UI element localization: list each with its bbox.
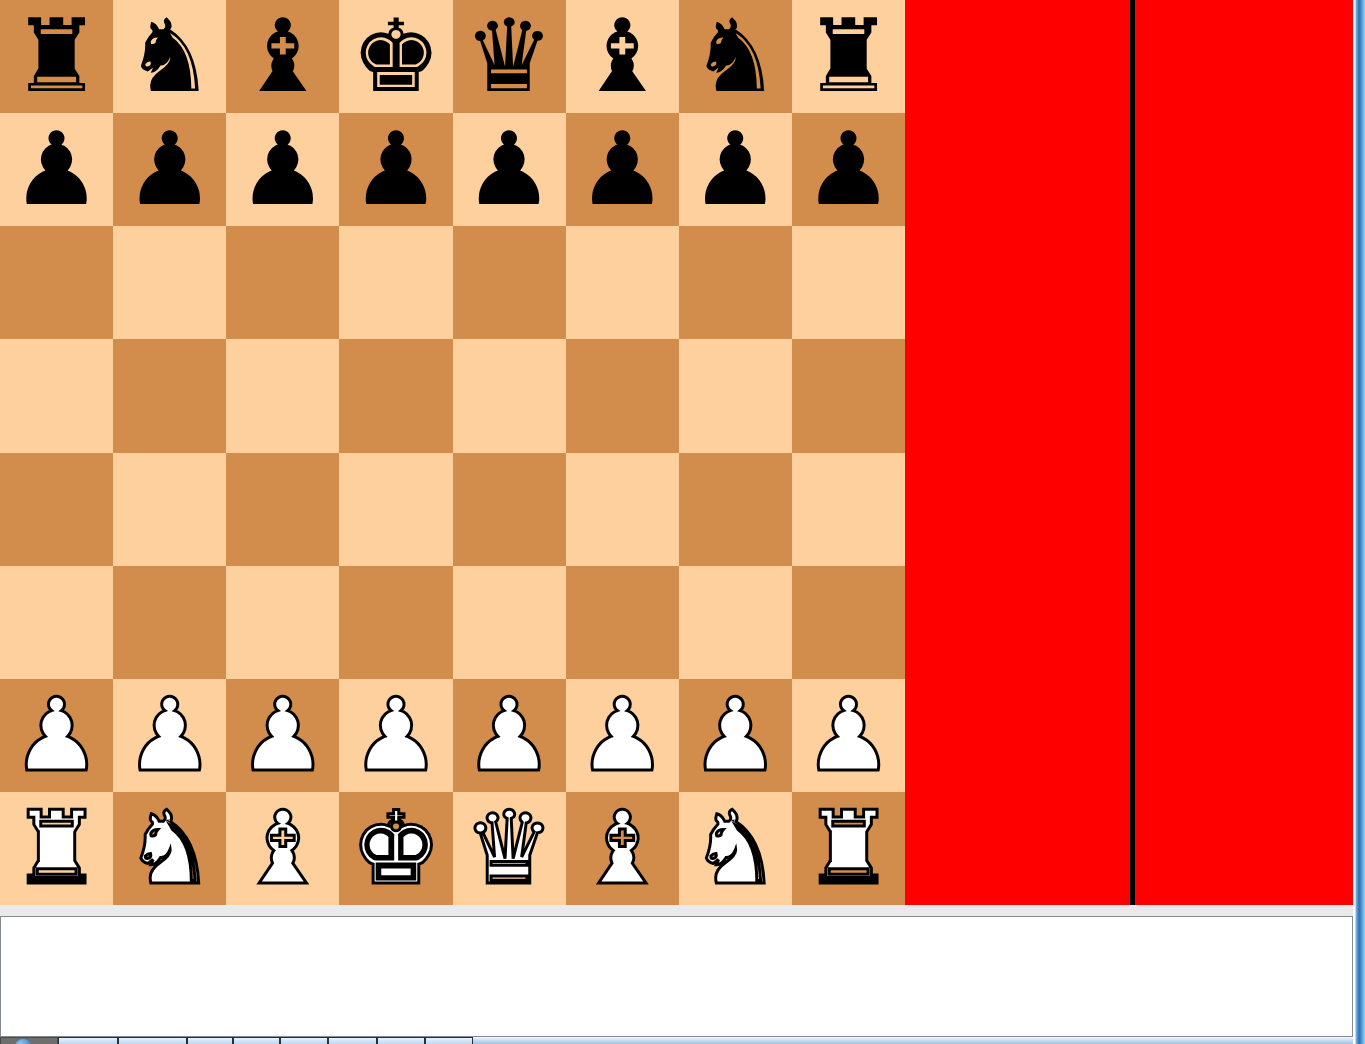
square-f2[interactable]: ♟ — [226, 679, 339, 792]
square-c8[interactable]: ♝ — [566, 0, 679, 113]
square-e8[interactable]: ♚ — [339, 0, 452, 113]
square-h1[interactable]: ♜ — [0, 792, 113, 905]
square-b7[interactable]: ♟ — [679, 113, 792, 226]
square-c7[interactable]: ♟ — [566, 113, 679, 226]
piece-wN[interactable]: ♞ — [690, 798, 781, 899]
piece-bK[interactable]: ♚ — [351, 6, 442, 107]
square-a7[interactable]: ♟ — [792, 113, 905, 226]
square-a6[interactable] — [792, 226, 905, 339]
piece-bB[interactable]: ♝ — [577, 6, 668, 107]
piece-bP[interactable]: ♟ — [803, 119, 894, 220]
square-f3[interactable] — [226, 566, 339, 679]
square-c3[interactable] — [566, 566, 679, 679]
square-d6[interactable] — [453, 226, 566, 339]
piece-bN[interactable]: ♞ — [690, 6, 781, 107]
square-g4[interactable] — [113, 453, 226, 566]
square-d8[interactable]: ♛ — [453, 0, 566, 113]
square-a5[interactable] — [792, 339, 905, 452]
square-a8[interactable]: ♜ — [792, 0, 905, 113]
square-d2[interactable]: ♟ — [453, 679, 566, 792]
piece-bR[interactable]: ♜ — [11, 6, 102, 107]
piece-wP[interactable]: ♟ — [238, 685, 329, 786]
square-e7[interactable]: ♟ — [339, 113, 452, 226]
piece-wR[interactable]: ♜ — [803, 798, 894, 899]
square-d4[interactable] — [453, 453, 566, 566]
taskbar-button[interactable] — [233, 1037, 280, 1044]
square-d3[interactable] — [453, 566, 566, 679]
square-f5[interactable] — [226, 339, 339, 452]
side-panel-left — [905, 0, 1130, 905]
square-e1[interactable]: ♚ — [339, 792, 452, 905]
side-panel-right — [1135, 0, 1353, 905]
taskbar-button[interactable] — [187, 1037, 233, 1044]
square-b6[interactable] — [679, 226, 792, 339]
taskbar-button[interactable] — [118, 1037, 187, 1044]
square-b5[interactable] — [679, 339, 792, 452]
piece-bP[interactable]: ♟ — [11, 119, 102, 220]
square-b4[interactable] — [679, 453, 792, 566]
square-a4[interactable] — [792, 453, 905, 566]
start-button[interactable] — [0, 1037, 58, 1044]
square-f8[interactable]: ♝ — [226, 0, 339, 113]
square-g1[interactable]: ♞ — [113, 792, 226, 905]
piece-wP[interactable]: ♟ — [464, 685, 555, 786]
square-h5[interactable] — [0, 339, 113, 452]
status-strip — [0, 905, 1353, 916]
piece-bP[interactable]: ♟ — [690, 119, 781, 220]
piece-wP[interactable]: ♟ — [124, 685, 215, 786]
piece-bP[interactable]: ♟ — [464, 119, 555, 220]
square-g5[interactable] — [113, 339, 226, 452]
piece-bN[interactable]: ♞ — [124, 6, 215, 107]
square-a1[interactable]: ♜ — [792, 792, 905, 905]
piece-bQ[interactable]: ♛ — [464, 6, 555, 107]
square-f7[interactable]: ♟ — [226, 113, 339, 226]
piece-wP[interactable]: ♟ — [11, 685, 102, 786]
piece-wR[interactable]: ♜ — [11, 798, 102, 899]
app-window: ♜♞♝♚♛♝♞♜♟♟♟♟♟♟♟♟♟♟♟♟♟♟♟♟♜♞♝♚♛♝♞♜ — [0, 0, 1365, 1044]
square-g7[interactable]: ♟ — [113, 113, 226, 226]
square-b3[interactable] — [679, 566, 792, 679]
taskbar-button[interactable] — [58, 1037, 118, 1044]
taskbar-button[interactable] — [425, 1037, 473, 1044]
square-c4[interactable] — [566, 453, 679, 566]
piece-wB[interactable]: ♝ — [577, 798, 668, 899]
piece-wB[interactable]: ♝ — [238, 798, 329, 899]
piece-bP[interactable]: ♟ — [577, 119, 668, 220]
square-h6[interactable] — [0, 226, 113, 339]
square-a2[interactable]: ♟ — [792, 679, 905, 792]
square-b8[interactable]: ♞ — [679, 0, 792, 113]
piece-bP[interactable]: ♟ — [124, 119, 215, 220]
piece-wP[interactable]: ♟ — [351, 685, 442, 786]
message-area[interactable] — [0, 916, 1353, 1037]
piece-wK[interactable]: ♚ — [351, 798, 442, 899]
start-orb-icon — [15, 1039, 31, 1044]
square-g2[interactable]: ♟ — [113, 679, 226, 792]
piece-wP[interactable]: ♟ — [690, 685, 781, 786]
piece-bP[interactable]: ♟ — [238, 119, 329, 220]
square-f1[interactable]: ♝ — [226, 792, 339, 905]
square-h8[interactable]: ♜ — [0, 0, 113, 113]
square-c5[interactable] — [566, 339, 679, 452]
taskbar-button[interactable] — [328, 1037, 377, 1044]
piece-wQ[interactable]: ♛ — [464, 798, 555, 899]
square-e6[interactable] — [339, 226, 452, 339]
square-a3[interactable] — [792, 566, 905, 679]
piece-bR[interactable]: ♜ — [803, 6, 894, 107]
piece-wN[interactable]: ♞ — [124, 798, 215, 899]
square-e2[interactable]: ♟ — [339, 679, 452, 792]
square-b1[interactable]: ♞ — [679, 792, 792, 905]
taskbar-button[interactable] — [377, 1037, 425, 1044]
square-c1[interactable]: ♝ — [566, 792, 679, 905]
square-e5[interactable] — [339, 339, 452, 452]
square-d5[interactable] — [453, 339, 566, 452]
square-e4[interactable] — [339, 453, 452, 566]
taskbar — [0, 1037, 1353, 1044]
square-d1[interactable]: ♛ — [453, 792, 566, 905]
chess-board[interactable]: ♜♞♝♚♛♝♞♜♟♟♟♟♟♟♟♟♟♟♟♟♟♟♟♟♜♞♝♚♛♝♞♜ — [0, 0, 905, 905]
square-f4[interactable] — [226, 453, 339, 566]
square-f6[interactable] — [226, 226, 339, 339]
square-h4[interactable] — [0, 453, 113, 566]
window-border-right — [1353, 0, 1365, 1044]
square-h7[interactable]: ♟ — [0, 113, 113, 226]
square-e3[interactable] — [339, 566, 452, 679]
piece-bB[interactable]: ♝ — [238, 6, 329, 107]
piece-wP[interactable]: ♟ — [803, 685, 894, 786]
square-h3[interactable] — [0, 566, 113, 679]
square-c6[interactable] — [566, 226, 679, 339]
square-b2[interactable]: ♟ — [679, 679, 792, 792]
square-h2[interactable]: ♟ — [0, 679, 113, 792]
square-g8[interactable]: ♞ — [113, 0, 226, 113]
square-c2[interactable]: ♟ — [566, 679, 679, 792]
piece-wP[interactable]: ♟ — [577, 685, 668, 786]
square-d7[interactable]: ♟ — [453, 113, 566, 226]
taskbar-button[interactable] — [280, 1037, 328, 1044]
square-g6[interactable] — [113, 226, 226, 339]
square-g3[interactable] — [113, 566, 226, 679]
piece-bP[interactable]: ♟ — [351, 119, 442, 220]
